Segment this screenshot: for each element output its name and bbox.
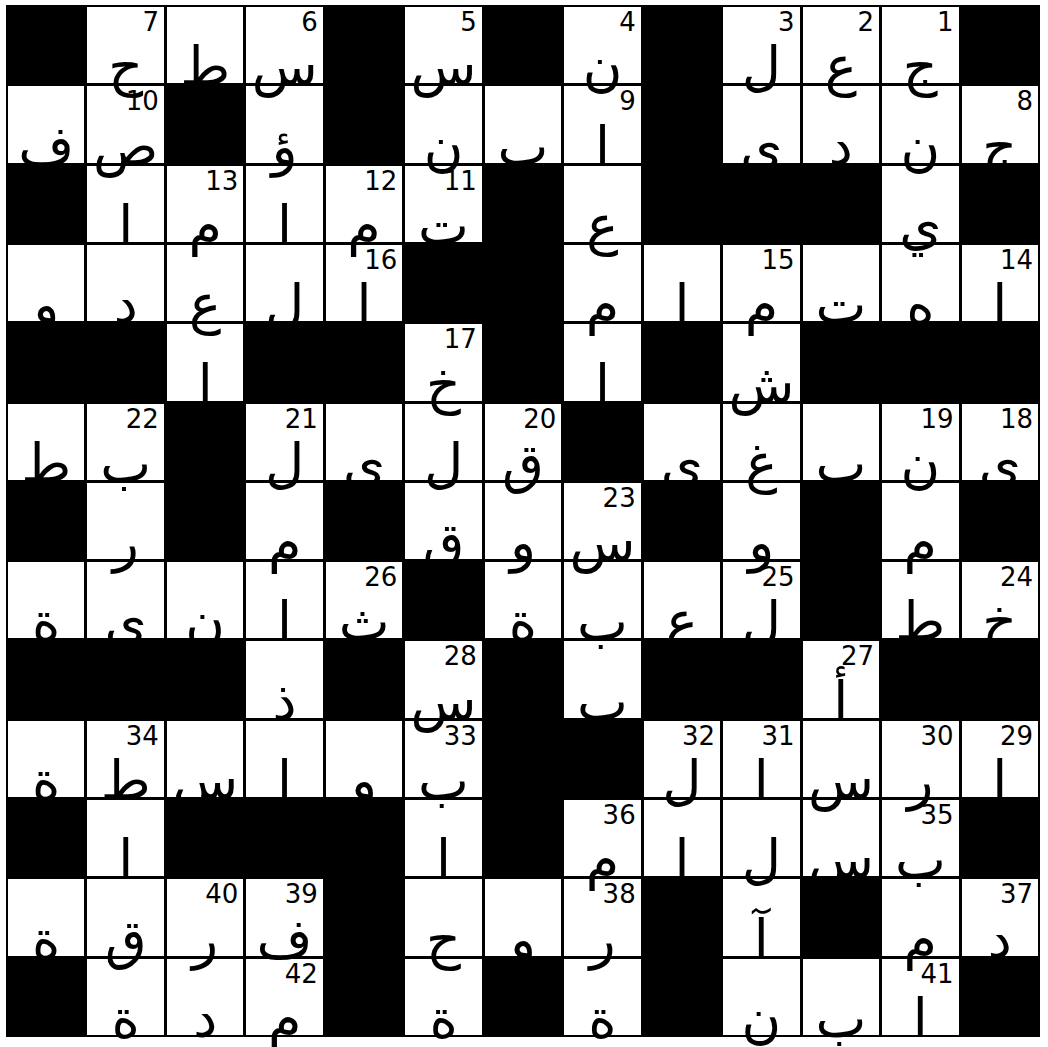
black-cell xyxy=(803,483,879,559)
black-cell xyxy=(167,404,243,480)
letter-cell[interactable]: ا xyxy=(644,800,720,876)
letter-cell[interactable]: ي xyxy=(723,86,799,162)
black-cell xyxy=(326,879,402,955)
black-cell xyxy=(803,166,879,242)
black-cell xyxy=(167,641,243,717)
letter-cell[interactable]: 19ن xyxy=(882,404,958,480)
black-cell xyxy=(8,959,84,1035)
letter-cell[interactable]: ا xyxy=(246,166,322,242)
letter-cell[interactable]: 26ث xyxy=(326,562,402,638)
page: 7حط6س5س4ن3ل2ع1جف10صؤنب9ايدن8جا13ما12م11ت… xyxy=(0,0,1048,1042)
clue-number: 17 xyxy=(444,325,477,354)
letter-cell[interactable]: ؤ xyxy=(246,86,322,162)
black-cell xyxy=(485,7,561,83)
letter-cell[interactable]: ع xyxy=(564,166,640,242)
letter-cell[interactable]: 10ص xyxy=(87,86,163,162)
black-cell xyxy=(485,959,561,1035)
black-cell xyxy=(326,483,402,559)
black-cell xyxy=(485,166,561,242)
letter-cell[interactable]: 8ج xyxy=(962,86,1038,162)
letter-cell[interactable]: ب xyxy=(564,641,640,717)
black-cell xyxy=(326,324,402,400)
black-cell xyxy=(882,324,958,400)
letter-cell[interactable]: ة xyxy=(87,959,163,1035)
letter-cell[interactable]: ط xyxy=(8,404,84,480)
clue-number: 6 xyxy=(301,8,318,37)
black-cell xyxy=(803,562,879,638)
letter-cell[interactable]: ا xyxy=(87,166,163,242)
letter-cell[interactable]: ن xyxy=(405,86,481,162)
letter-cell[interactable]: و xyxy=(723,483,799,559)
letter-cell[interactable]: ق xyxy=(405,483,481,559)
black-cell xyxy=(8,641,84,717)
letter-cell[interactable]: 23س xyxy=(564,483,640,559)
letter-cell[interactable]: ل xyxy=(723,800,799,876)
clue-number: 1 xyxy=(937,8,954,37)
clue-number: 39 xyxy=(285,880,318,909)
black-cell xyxy=(882,641,958,717)
letter-cell[interactable]: ه xyxy=(882,245,958,321)
clue-number: 28 xyxy=(444,642,477,671)
letter-cell[interactable]: 15م xyxy=(723,245,799,321)
letter-cell[interactable]: 41ا xyxy=(882,959,958,1035)
letter-cell[interactable]: 38ر xyxy=(564,879,640,955)
black-cell xyxy=(246,800,322,876)
clue-number: 33 xyxy=(444,722,477,751)
letter-cell[interactable]: ة xyxy=(8,562,84,638)
clue-number: 12 xyxy=(364,167,397,196)
letter-cell[interactable]: 36م xyxy=(564,800,640,876)
letter-cell[interactable]: 22ب xyxy=(87,404,163,480)
black-cell xyxy=(564,721,640,797)
letter-cell[interactable]: 28س xyxy=(405,641,481,717)
letter-cell[interactable]: ا xyxy=(246,562,322,638)
cell-letter: ب xyxy=(803,992,879,1046)
black-cell xyxy=(87,641,163,717)
black-cell xyxy=(8,324,84,400)
letter-cell[interactable]: 27أ xyxy=(803,641,879,717)
clue-number: 5 xyxy=(460,8,477,37)
letter-cell[interactable]: ا xyxy=(167,324,243,400)
black-cell xyxy=(803,879,879,955)
letter-cell[interactable]: و xyxy=(485,483,561,559)
letter-cell[interactable]: ب xyxy=(803,959,879,1035)
clue-number: 32 xyxy=(682,722,715,751)
clue-number: 19 xyxy=(920,405,953,434)
letter-cell[interactable]: م xyxy=(882,483,958,559)
cell-letter: ة xyxy=(405,992,481,1046)
black-cell xyxy=(644,166,720,242)
letter-cell[interactable]: ة xyxy=(564,959,640,1035)
clue-number: 30 xyxy=(920,722,953,751)
clue-number: 35 xyxy=(920,801,953,830)
clue-number: 38 xyxy=(603,880,636,909)
letter-cell[interactable]: 30ر xyxy=(882,721,958,797)
letter-cell[interactable]: 5س xyxy=(405,7,481,83)
clue-number: 9 xyxy=(619,87,636,116)
clue-number: 22 xyxy=(126,405,159,434)
letter-cell[interactable]: 9ا xyxy=(564,86,640,162)
black-cell xyxy=(962,959,1038,1035)
cell-letter: ة xyxy=(564,992,640,1046)
clue-number: 14 xyxy=(1000,246,1033,275)
letter-cell[interactable]: ع xyxy=(167,245,243,321)
black-cell xyxy=(246,324,322,400)
letter-cell[interactable]: 1ج xyxy=(882,7,958,83)
letter-cell[interactable]: و xyxy=(485,879,561,955)
black-cell xyxy=(326,86,402,162)
letter-cell[interactable]: ن xyxy=(882,86,958,162)
clue-number: 13 xyxy=(205,167,238,196)
black-cell xyxy=(167,86,243,162)
black-cell xyxy=(326,959,402,1035)
clue-number: 2 xyxy=(858,8,875,37)
letter-cell[interactable]: ن xyxy=(167,562,243,638)
clue-number: 29 xyxy=(1000,722,1033,751)
letter-cell[interactable]: 35ب xyxy=(882,800,958,876)
letter-cell[interactable]: ة xyxy=(8,879,84,955)
clue-number: 16 xyxy=(364,246,397,275)
black-cell xyxy=(644,7,720,83)
clue-number: 37 xyxy=(1000,880,1033,909)
clue-number: 27 xyxy=(841,642,874,671)
letter-cell[interactable]: م xyxy=(564,245,640,321)
black-cell xyxy=(8,7,84,83)
letter-cell[interactable]: ي xyxy=(87,562,163,638)
letter-cell[interactable]: 37د xyxy=(962,879,1038,955)
clue-number: 18 xyxy=(1000,405,1033,434)
black-cell xyxy=(723,166,799,242)
letter-cell[interactable]: 7ح xyxy=(87,7,163,83)
clue-number: 11 xyxy=(444,167,477,196)
black-cell xyxy=(644,324,720,400)
letter-cell[interactable]: ط xyxy=(882,562,958,638)
clue-number: 4 xyxy=(619,8,636,37)
black-cell xyxy=(962,641,1038,717)
letter-cell[interactable]: م xyxy=(882,879,958,955)
letter-cell[interactable]: 24خ xyxy=(962,562,1038,638)
cell-letter: ة xyxy=(87,992,163,1046)
letter-cell[interactable]: ن xyxy=(723,959,799,1035)
letter-cell[interactable]: ا xyxy=(405,800,481,876)
letter-cell[interactable]: س xyxy=(803,721,879,797)
letter-cell[interactable]: 21ل xyxy=(246,404,322,480)
letter-cell[interactable]: ب xyxy=(485,86,561,162)
black-cell xyxy=(962,483,1038,559)
clue-number: 36 xyxy=(603,801,636,830)
letter-cell[interactable]: ب xyxy=(803,404,879,480)
letter-cell[interactable]: ة xyxy=(405,959,481,1035)
black-cell xyxy=(962,324,1038,400)
letter-cell[interactable]: س xyxy=(803,800,879,876)
clue-number: 41 xyxy=(920,960,953,989)
black-cell xyxy=(326,641,402,717)
letter-cell[interactable]: ا xyxy=(246,721,322,797)
crossword-board: 7حط6س5س4ن3ل2ع1جف10صؤنب9ايدن8جا13ما12م11ت… xyxy=(6,5,1040,1037)
clue-number: 34 xyxy=(126,722,159,751)
black-cell xyxy=(485,641,561,717)
letter-cell[interactable]: ح xyxy=(405,879,481,955)
letter-cell[interactable]: 32ل xyxy=(644,721,720,797)
black-cell xyxy=(644,86,720,162)
black-cell xyxy=(167,800,243,876)
letter-cell[interactable]: ق xyxy=(87,879,163,955)
letter-cell[interactable]: 6س xyxy=(246,7,322,83)
black-cell xyxy=(8,483,84,559)
letter-cell[interactable]: د xyxy=(87,245,163,321)
black-cell xyxy=(8,800,84,876)
clue-number: 42 xyxy=(285,960,318,989)
letter-cell[interactable]: ب xyxy=(564,562,640,638)
letter-cell[interactable]: ة xyxy=(8,721,84,797)
letter-cell[interactable]: 39ف xyxy=(246,879,322,955)
letter-cell[interactable]: ر xyxy=(87,483,163,559)
black-cell xyxy=(962,166,1038,242)
letter-cell[interactable]: ا xyxy=(564,324,640,400)
black-cell xyxy=(644,641,720,717)
letter-cell[interactable]: ي xyxy=(326,404,402,480)
black-cell xyxy=(87,324,163,400)
letter-cell[interactable]: 3ل xyxy=(723,7,799,83)
black-cell xyxy=(723,641,799,717)
letter-cell[interactable]: س xyxy=(167,721,243,797)
clue-number: 25 xyxy=(762,563,795,592)
black-cell xyxy=(167,483,243,559)
letter-cell[interactable]: 42م xyxy=(246,959,322,1035)
letter-cell[interactable]: 29إ xyxy=(962,721,1038,797)
letter-cell[interactable]: آ xyxy=(723,879,799,955)
black-cell xyxy=(485,324,561,400)
letter-cell[interactable]: 31ا xyxy=(723,721,799,797)
letter-cell[interactable]: ل xyxy=(405,404,481,480)
clue-number: 3 xyxy=(778,8,795,37)
letter-cell[interactable]: ع xyxy=(644,562,720,638)
black-cell xyxy=(326,7,402,83)
black-cell xyxy=(644,959,720,1035)
clue-number: 15 xyxy=(762,246,795,275)
clue-number: 31 xyxy=(762,722,795,751)
black-cell xyxy=(485,245,561,321)
letter-cell[interactable]: ط xyxy=(167,7,243,83)
letter-cell[interactable]: 11ت xyxy=(405,166,481,242)
black-cell xyxy=(485,800,561,876)
black-cell xyxy=(8,166,84,242)
letter-cell[interactable]: 4ن xyxy=(564,7,640,83)
cell-letter: م xyxy=(246,992,322,1046)
black-cell xyxy=(962,7,1038,83)
letter-cell[interactable]: 12م xyxy=(326,166,402,242)
black-cell xyxy=(405,245,481,321)
letter-cell[interactable]: 40ر xyxy=(167,879,243,955)
clue-number: 40 xyxy=(205,880,238,909)
cell-letter: د xyxy=(167,992,243,1046)
letter-cell[interactable]: 2ع xyxy=(803,7,879,83)
letter-cell[interactable]: ش xyxy=(723,324,799,400)
cell-letter: ا xyxy=(882,992,958,1046)
letter-cell[interactable]: 25ل xyxy=(723,562,799,638)
letter-cell[interactable]: ت xyxy=(803,245,879,321)
clue-number: 7 xyxy=(142,8,159,37)
letter-cell[interactable]: ة xyxy=(485,562,561,638)
letter-cell[interactable]: غ xyxy=(723,404,799,480)
clue-number: 21 xyxy=(285,405,318,434)
black-cell xyxy=(962,800,1038,876)
black-cell xyxy=(644,483,720,559)
clue-number: 23 xyxy=(603,484,636,513)
letter-cell[interactable]: ي xyxy=(644,404,720,480)
black-cell xyxy=(644,879,720,955)
clue-number: 20 xyxy=(523,405,556,434)
clue-number: 26 xyxy=(364,563,397,592)
letter-cell[interactable]: 14ا xyxy=(962,245,1038,321)
cell-letter: ن xyxy=(723,992,799,1046)
letter-cell[interactable]: د xyxy=(803,86,879,162)
letter-cell[interactable]: ذ xyxy=(246,641,322,717)
letter-cell[interactable]: و xyxy=(8,245,84,321)
letter-cell[interactable]: 16ا xyxy=(326,245,402,321)
black-cell xyxy=(485,721,561,797)
letter-cell[interactable]: ي xyxy=(882,166,958,242)
letter-cell[interactable]: ا xyxy=(87,800,163,876)
letter-cell[interactable]: م xyxy=(246,483,322,559)
letter-cell[interactable]: 33ب xyxy=(405,721,481,797)
black-cell xyxy=(405,562,481,638)
letter-cell[interactable]: ل xyxy=(246,245,322,321)
black-cell xyxy=(564,404,640,480)
letter-cell[interactable]: 18ي xyxy=(962,404,1038,480)
clue-number: 8 xyxy=(1016,87,1033,116)
letter-cell[interactable]: د xyxy=(167,959,243,1035)
letter-cell[interactable]: ف xyxy=(8,86,84,162)
letter-cell[interactable]: 20ق xyxy=(485,404,561,480)
letter-cell[interactable]: 17خ xyxy=(405,324,481,400)
letter-cell[interactable]: و xyxy=(326,721,402,797)
letter-cell[interactable]: 34ط xyxy=(87,721,163,797)
clue-number: 10 xyxy=(126,87,159,116)
clue-number: 24 xyxy=(1000,563,1033,592)
letter-cell[interactable]: ا xyxy=(644,245,720,321)
black-cell xyxy=(803,324,879,400)
letter-cell[interactable]: 13م xyxy=(167,166,243,242)
black-cell xyxy=(326,800,402,876)
